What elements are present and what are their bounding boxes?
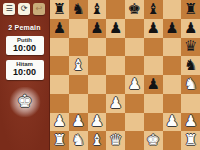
- square-a2[interactable]: ♟: [50, 113, 69, 132]
- square-d5[interactable]: [106, 56, 125, 75]
- turn-indicator: ♚: [9, 87, 41, 117]
- square-c1[interactable]: ♝: [88, 131, 107, 150]
- square-f1[interactable]: ♚: [144, 131, 163, 150]
- square-e6[interactable]: [125, 38, 144, 57]
- square-a1[interactable]: ♜: [50, 131, 69, 150]
- square-b6[interactable]: [69, 38, 88, 57]
- square-e4[interactable]: ♟: [125, 75, 144, 94]
- square-d2[interactable]: [106, 113, 125, 132]
- square-a8[interactable]: ♜: [50, 0, 69, 19]
- square-c8[interactable]: ♝: [88, 0, 107, 19]
- piece-black-bishop: ♝: [146, 2, 159, 17]
- piece-black-rook: ♜: [53, 2, 66, 17]
- square-a5[interactable]: [50, 56, 69, 75]
- square-g7[interactable]: ♟: [163, 19, 182, 38]
- square-d7[interactable]: ♟: [106, 19, 125, 38]
- square-g2[interactable]: ♟: [163, 113, 182, 132]
- square-a4[interactable]: [50, 75, 69, 94]
- square-b3[interactable]: [69, 94, 88, 113]
- square-e1[interactable]: [125, 131, 144, 150]
- square-d3[interactable]: ♟: [106, 94, 125, 113]
- undo-button[interactable]: ↩: [33, 3, 45, 15]
- square-d6[interactable]: [106, 38, 125, 57]
- square-f2[interactable]: [144, 113, 163, 132]
- square-c4[interactable]: [88, 75, 107, 94]
- piece-black-knight: ♞: [71, 2, 84, 17]
- piece-black-queen: ♛: [184, 39, 197, 54]
- square-f8[interactable]: ♝: [144, 0, 163, 19]
- square-b8[interactable]: ♞: [69, 0, 88, 19]
- square-h1[interactable]: ♜: [181, 131, 200, 150]
- piece-white-pawn: ♟: [184, 114, 197, 129]
- square-g5[interactable]: [163, 56, 182, 75]
- piece-black-pawn: ♟: [165, 21, 178, 36]
- restart-button[interactable]: ⟳: [18, 3, 30, 15]
- square-b2[interactable]: ♟: [69, 113, 88, 132]
- square-h4[interactable]: ♞: [181, 75, 200, 94]
- square-e8[interactable]: ♚: [125, 0, 144, 19]
- square-h7[interactable]: ♟: [181, 19, 200, 38]
- piece-white-knight: ♞: [71, 133, 84, 148]
- piece-black-pawn: ♟: [109, 21, 122, 36]
- toolbar: ☰ ⟳ ↩: [0, 0, 49, 15]
- piece-white-rook: ♜: [53, 133, 66, 148]
- square-h5[interactable]: ♞: [181, 56, 200, 75]
- piece-white-pawn: ♟: [71, 114, 84, 129]
- square-d1[interactable]: ♛: [106, 131, 125, 150]
- piece-black-pawn: ♟: [184, 21, 197, 36]
- square-c3[interactable]: [88, 94, 107, 113]
- piece-black-pawn: ♟: [90, 21, 103, 36]
- piece-white-pawn: ♟: [53, 114, 66, 129]
- square-g8[interactable]: [163, 0, 182, 19]
- square-b4[interactable]: [69, 75, 88, 94]
- square-g6[interactable]: [163, 38, 182, 57]
- square-e5[interactable]: [125, 56, 144, 75]
- square-a6[interactable]: [50, 38, 69, 57]
- square-d4[interactable]: [106, 75, 125, 94]
- undo-icon: ↩: [36, 5, 43, 13]
- piece-black-pawn: ♟: [53, 21, 66, 36]
- piece-white-knight: ♞: [184, 77, 197, 92]
- piece-black-bishop: ♝: [90, 2, 103, 17]
- square-c5[interactable]: [88, 56, 107, 75]
- square-c6[interactable]: [88, 38, 107, 57]
- square-c2[interactable]: ♟: [88, 113, 107, 132]
- square-g4[interactable]: [163, 75, 182, 94]
- piece-black-pawn: ♟: [146, 21, 159, 36]
- square-f3[interactable]: [144, 94, 163, 113]
- square-e7[interactable]: [125, 19, 144, 38]
- piece-black-king: ♚: [128, 2, 141, 17]
- restart-icon: ⟳: [21, 5, 28, 13]
- piece-white-queen: ♛: [109, 133, 122, 148]
- piece-black-rook: ♜: [184, 2, 197, 17]
- white-player-time: 10:00: [6, 44, 44, 54]
- square-f5[interactable]: [144, 56, 163, 75]
- piece-white-pawn: ♟: [128, 77, 141, 92]
- piece-white-king: ♚: [146, 133, 159, 148]
- chess-board: ♜♞♝♚♝♜♟♟♟♟♟♟♛♝♞♟♟♞♟♟♟♟♟♟♜♞♝♛♚♜: [50, 0, 200, 150]
- piece-white-pawn: ♟: [109, 96, 122, 111]
- sidebar: ☰ ⟳ ↩ 2 Pemain Putih 10:00 Hitam 10:00 ♚: [0, 0, 50, 150]
- piece-white-rook: ♜: [184, 133, 197, 148]
- square-e3[interactable]: [125, 94, 144, 113]
- square-d8[interactable]: [106, 0, 125, 19]
- piece-white-bishop: ♝: [71, 58, 84, 73]
- piece-black-pawn: ♟: [146, 77, 159, 92]
- square-f4[interactable]: ♟: [144, 75, 163, 94]
- square-c7[interactable]: ♟: [88, 19, 107, 38]
- square-b7[interactable]: [69, 19, 88, 38]
- square-h8[interactable]: ♜: [181, 0, 200, 19]
- black-player-time: 10:00: [6, 68, 44, 78]
- square-b1[interactable]: ♞: [69, 131, 88, 150]
- square-h6[interactable]: ♛: [181, 38, 200, 57]
- black-player-clock: Hitam 10:00: [6, 60, 44, 79]
- square-h2[interactable]: ♟: [181, 113, 200, 132]
- piece-white-pawn: ♟: [90, 114, 103, 129]
- white-player-clock: Putih 10:00: [6, 36, 44, 55]
- piece-black-knight: ♞: [184, 58, 197, 73]
- piece-white-pawn: ♟: [165, 114, 178, 129]
- square-a3[interactable]: [50, 94, 69, 113]
- square-e2[interactable]: [125, 113, 144, 132]
- square-a7[interactable]: ♟: [50, 19, 69, 38]
- square-g1[interactable]: [163, 131, 182, 150]
- menu-button[interactable]: ☰: [3, 3, 15, 15]
- square-f6[interactable]: [144, 38, 163, 57]
- menu-icon: ☰: [5, 5, 12, 13]
- square-f7[interactable]: ♟: [144, 19, 163, 38]
- white-king-turn-icon: ♚: [17, 93, 32, 110]
- square-g3[interactable]: [163, 94, 182, 113]
- square-h3[interactable]: [181, 94, 200, 113]
- piece-white-bishop: ♝: [90, 133, 103, 148]
- square-b5[interactable]: ♝: [69, 56, 88, 75]
- game-mode-label: 2 Pemain: [0, 24, 49, 31]
